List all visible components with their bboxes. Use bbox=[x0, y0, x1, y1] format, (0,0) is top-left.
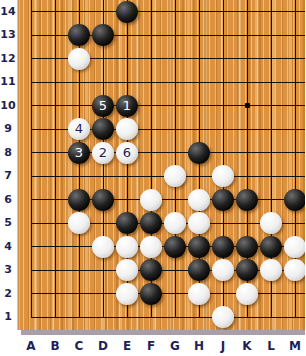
stone-white-D8: 2 bbox=[92, 142, 114, 164]
row-label-13: 13 bbox=[0, 27, 16, 43]
stone-black-F5 bbox=[140, 212, 162, 234]
row-label-4: 4 bbox=[0, 239, 16, 255]
stone-white-E4 bbox=[116, 236, 138, 258]
stone-white-L3 bbox=[260, 259, 282, 281]
stone-white-F4 bbox=[140, 236, 162, 258]
stone-white-E3 bbox=[116, 259, 138, 281]
col-label-K: K bbox=[239, 338, 255, 354]
row-label-1: 1 bbox=[0, 309, 16, 325]
row-label-5: 5 bbox=[0, 215, 16, 231]
stone-black-F2 bbox=[140, 283, 162, 305]
col-label-E: E bbox=[119, 338, 135, 354]
stone-black-H8 bbox=[188, 142, 210, 164]
col-label-M: M bbox=[287, 338, 303, 354]
stone-black-L4 bbox=[260, 236, 282, 258]
stone-white-E9 bbox=[116, 118, 138, 140]
col-label-L: L bbox=[263, 338, 279, 354]
stone-black-D13 bbox=[92, 24, 114, 46]
stone-black-K6 bbox=[236, 189, 258, 211]
stone-white-L5 bbox=[260, 212, 282, 234]
stone-black-C13 bbox=[68, 24, 90, 46]
row-label-9: 9 bbox=[0, 121, 16, 137]
stone-black-D6 bbox=[92, 189, 114, 211]
stone-white-H6 bbox=[188, 189, 210, 211]
col-label-B: B bbox=[47, 338, 63, 354]
row-label-3: 3 bbox=[0, 262, 16, 278]
stone-white-H2 bbox=[188, 283, 210, 305]
stone-black-J6 bbox=[212, 189, 234, 211]
stone-white-J1 bbox=[212, 306, 234, 328]
col-label-C: C bbox=[71, 338, 87, 354]
stone-white-G7 bbox=[164, 165, 186, 187]
stone-white-J3 bbox=[212, 259, 234, 281]
move-number: 5 bbox=[99, 95, 107, 117]
grid-line-row-14 bbox=[31, 11, 306, 12]
stone-white-D4 bbox=[92, 236, 114, 258]
col-label-D: D bbox=[95, 338, 111, 354]
grid-line-row-11 bbox=[31, 82, 306, 83]
stone-black-K3 bbox=[236, 259, 258, 281]
stone-white-E2 bbox=[116, 283, 138, 305]
col-label-F: F bbox=[143, 338, 159, 354]
stone-white-J7 bbox=[212, 165, 234, 187]
grid-line-row-10 bbox=[31, 105, 306, 106]
grid-line-row-2 bbox=[31, 293, 306, 294]
row-label-12: 12 bbox=[0, 51, 16, 67]
stone-black-K4 bbox=[236, 236, 258, 258]
col-label-J: J bbox=[215, 338, 231, 354]
row-label-10: 10 bbox=[0, 98, 16, 114]
move-number: 4 bbox=[75, 118, 83, 140]
stone-black-F3 bbox=[140, 259, 162, 281]
col-label-H: H bbox=[191, 338, 207, 354]
stone-white-E8: 6 bbox=[116, 142, 138, 164]
stone-black-M6 bbox=[284, 189, 305, 211]
go-board[interactable]: 514326 bbox=[17, 0, 305, 330]
row-label-14: 14 bbox=[0, 4, 16, 20]
stone-black-G4 bbox=[164, 236, 186, 258]
star-point-K10 bbox=[245, 103, 250, 108]
stone-black-E14 bbox=[116, 1, 138, 23]
stone-white-G5 bbox=[164, 212, 186, 234]
col-label-G: G bbox=[167, 338, 183, 354]
move-number: 1 bbox=[123, 95, 131, 117]
go-board-view: 514326 1234567891011121314ABCDEFGHJKLM bbox=[0, 0, 305, 356]
stone-black-D10: 5 bbox=[92, 95, 114, 117]
stone-black-E10: 1 bbox=[116, 95, 138, 117]
board-edge-shadow bbox=[21, 330, 305, 335]
stone-white-C9: 4 bbox=[68, 118, 90, 140]
stone-black-E5 bbox=[116, 212, 138, 234]
row-label-11: 11 bbox=[0, 74, 16, 90]
move-number: 2 bbox=[99, 142, 107, 164]
move-number: 3 bbox=[75, 142, 83, 164]
stone-white-C12 bbox=[68, 48, 90, 70]
row-label-7: 7 bbox=[0, 168, 16, 184]
stone-black-H3 bbox=[188, 259, 210, 281]
stone-black-J4 bbox=[212, 236, 234, 258]
row-label-8: 8 bbox=[0, 145, 16, 161]
row-label-6: 6 bbox=[0, 192, 16, 208]
grid-line-row-1 bbox=[31, 317, 306, 318]
stone-black-D9 bbox=[92, 118, 114, 140]
move-number: 6 bbox=[123, 142, 131, 164]
stone-white-K2 bbox=[236, 283, 258, 305]
row-label-2: 2 bbox=[0, 286, 16, 302]
stone-white-M4 bbox=[284, 236, 305, 258]
stone-black-H4 bbox=[188, 236, 210, 258]
col-label-A: A bbox=[23, 338, 39, 354]
stone-white-H5 bbox=[188, 212, 210, 234]
stone-black-C6 bbox=[68, 189, 90, 211]
stone-white-F6 bbox=[140, 189, 162, 211]
stone-black-C8: 3 bbox=[68, 142, 90, 164]
stone-white-M3 bbox=[284, 259, 305, 281]
stone-white-C5 bbox=[68, 212, 90, 234]
